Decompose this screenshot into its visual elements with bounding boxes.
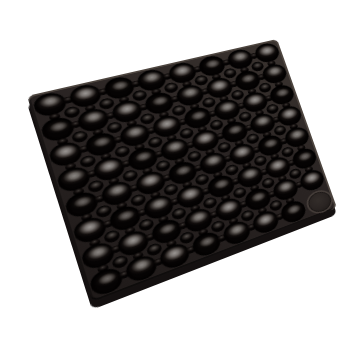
product-photo-canvas	[0, 0, 350, 350]
drain-hole-grid	[27, 39, 337, 302]
mat-top-surface	[27, 39, 337, 302]
